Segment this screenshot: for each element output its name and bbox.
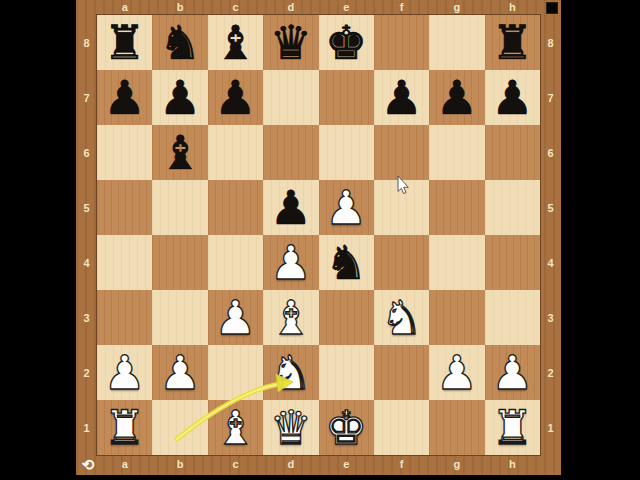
piece-white-pawn-c3[interactable]: ♟ bbox=[214, 294, 256, 341]
coord-label-e: e bbox=[319, 455, 374, 475]
piece-white-pawn-d4[interactable]: ♟ bbox=[270, 239, 312, 286]
square-c7[interactable]: ♟ bbox=[208, 70, 263, 125]
piece-black-queen-d8[interactable]: ♛ bbox=[270, 19, 312, 66]
square-c5[interactable] bbox=[208, 180, 263, 235]
piece-black-pawn-b7[interactable]: ♟ bbox=[159, 74, 201, 121]
coord-label-7: 7 bbox=[540, 70, 561, 125]
square-f7[interactable]: ♟ bbox=[374, 70, 429, 125]
square-b8[interactable]: ♞ bbox=[152, 15, 207, 70]
square-h6[interactable] bbox=[485, 125, 540, 180]
square-g5[interactable] bbox=[429, 180, 484, 235]
corner-marker-icon bbox=[546, 2, 558, 14]
coord-label-2: 2 bbox=[540, 345, 561, 400]
square-b3[interactable] bbox=[152, 290, 207, 345]
square-e7[interactable] bbox=[319, 70, 374, 125]
square-h4[interactable] bbox=[485, 235, 540, 290]
piece-black-king-e8[interactable]: ♚ bbox=[325, 19, 367, 66]
square-d1[interactable]: ♛ bbox=[263, 400, 318, 455]
piece-white-knight-f3[interactable]: ♞ bbox=[380, 294, 422, 341]
square-a8[interactable]: ♜ bbox=[97, 15, 152, 70]
piece-white-bishop-c1[interactable]: ♝ bbox=[214, 404, 256, 451]
coord-label-a: a bbox=[97, 455, 152, 475]
square-a7[interactable]: ♟ bbox=[97, 70, 152, 125]
square-g3[interactable] bbox=[429, 290, 484, 345]
coord-label-d: d bbox=[263, 455, 318, 475]
coord-label-4: 4 bbox=[76, 235, 97, 290]
square-e2[interactable] bbox=[319, 345, 374, 400]
square-c3[interactable]: ♟ bbox=[208, 290, 263, 345]
piece-black-knight-b8[interactable]: ♞ bbox=[159, 19, 201, 66]
square-c8[interactable]: ♝ bbox=[208, 15, 263, 70]
square-d3[interactable]: ♝ bbox=[263, 290, 318, 345]
coord-label-f: f bbox=[374, 0, 429, 15]
square-h3[interactable] bbox=[485, 290, 540, 345]
square-e8[interactable]: ♚ bbox=[319, 15, 374, 70]
video-frame: abcdefgh abcdefgh 87654321 87654321 ♜♞♝♛… bbox=[0, 0, 640, 480]
square-d4[interactable]: ♟ bbox=[263, 235, 318, 290]
square-b1[interactable] bbox=[152, 400, 207, 455]
piece-white-king-e1[interactable]: ♚ bbox=[325, 404, 367, 451]
rank-labels-right: 87654321 bbox=[540, 15, 561, 455]
square-e4[interactable]: ♞ bbox=[319, 235, 374, 290]
square-b2[interactable]: ♟ bbox=[152, 345, 207, 400]
square-c1[interactable]: ♝ bbox=[208, 400, 263, 455]
square-a2[interactable]: ♟ bbox=[97, 345, 152, 400]
piece-white-pawn-b2[interactable]: ♟ bbox=[159, 349, 201, 396]
square-c6[interactable] bbox=[208, 125, 263, 180]
piece-black-rook-a8[interactable]: ♜ bbox=[104, 19, 146, 66]
square-f5[interactable] bbox=[374, 180, 429, 235]
square-b6[interactable]: ♝ bbox=[152, 125, 207, 180]
square-d5[interactable]: ♟ bbox=[263, 180, 318, 235]
piece-black-bishop-c8[interactable]: ♝ bbox=[214, 19, 256, 66]
piece-white-pawn-g2[interactable]: ♟ bbox=[436, 349, 478, 396]
piece-white-rook-a1[interactable]: ♜ bbox=[104, 404, 146, 451]
square-g8[interactable] bbox=[429, 15, 484, 70]
file-labels-bottom: abcdefgh bbox=[97, 455, 540, 475]
piece-white-pawn-h2[interactable]: ♟ bbox=[491, 349, 533, 396]
square-b4[interactable] bbox=[152, 235, 207, 290]
coord-label-e: e bbox=[319, 0, 374, 15]
coord-label-8: 8 bbox=[76, 15, 97, 70]
square-e6[interactable] bbox=[319, 125, 374, 180]
square-e3[interactable] bbox=[319, 290, 374, 345]
file-labels-top: abcdefgh bbox=[97, 0, 540, 15]
square-g2[interactable]: ♟ bbox=[429, 345, 484, 400]
square-f1[interactable] bbox=[374, 400, 429, 455]
coord-label-a: a bbox=[97, 0, 152, 15]
coord-label-1: 1 bbox=[540, 400, 561, 455]
rank-labels-left: 87654321 bbox=[76, 15, 97, 455]
square-g7[interactable]: ♟ bbox=[429, 70, 484, 125]
piece-black-pawn-d5[interactable]: ♟ bbox=[270, 184, 312, 231]
coord-label-g: g bbox=[429, 0, 484, 15]
square-g6[interactable] bbox=[429, 125, 484, 180]
square-f4[interactable] bbox=[374, 235, 429, 290]
piece-white-bishop-d3[interactable]: ♝ bbox=[270, 294, 312, 341]
flip-board-icon[interactable]: ⟲ bbox=[79, 456, 97, 474]
square-e1[interactable]: ♚ bbox=[319, 400, 374, 455]
coord-label-6: 6 bbox=[76, 125, 97, 180]
coord-label-3: 3 bbox=[76, 290, 97, 345]
piece-black-pawn-a7[interactable]: ♟ bbox=[104, 74, 146, 121]
coord-label-5: 5 bbox=[540, 180, 561, 235]
piece-black-bishop-b6[interactable]: ♝ bbox=[159, 129, 201, 176]
coord-label-1: 1 bbox=[76, 400, 97, 455]
coord-label-g: g bbox=[429, 455, 484, 475]
piece-black-pawn-c7[interactable]: ♟ bbox=[214, 74, 256, 121]
piece-black-pawn-h7[interactable]: ♟ bbox=[491, 74, 533, 121]
square-c4[interactable] bbox=[208, 235, 263, 290]
square-b5[interactable] bbox=[152, 180, 207, 235]
coord-label-5: 5 bbox=[76, 180, 97, 235]
piece-white-rook-h1[interactable]: ♜ bbox=[491, 404, 533, 451]
coord-label-b: b bbox=[152, 0, 207, 15]
square-g1[interactable] bbox=[429, 400, 484, 455]
square-f2[interactable] bbox=[374, 345, 429, 400]
coord-label-7: 7 bbox=[76, 70, 97, 125]
square-h1[interactable]: ♜ bbox=[485, 400, 540, 455]
chess-board-frame: abcdefgh abcdefgh 87654321 87654321 ♜♞♝♛… bbox=[76, 0, 561, 475]
square-a4[interactable] bbox=[97, 235, 152, 290]
square-h7[interactable]: ♟ bbox=[485, 70, 540, 125]
square-a1[interactable]: ♜ bbox=[97, 400, 152, 455]
chess-board[interactable]: ♜♞♝♛♚♜♟♟♟♟♟♟♝♟♟♟♞♟♝♞♟♟♞♟♟♜♝♛♚♜ bbox=[97, 15, 540, 455]
square-d7[interactable] bbox=[263, 70, 318, 125]
square-f8[interactable] bbox=[374, 15, 429, 70]
square-h2[interactable]: ♟ bbox=[485, 345, 540, 400]
square-d2[interactable]: ♞ bbox=[263, 345, 318, 400]
coord-label-d: d bbox=[263, 0, 318, 15]
piece-black-rook-h8[interactable]: ♜ bbox=[491, 19, 533, 66]
coord-label-c: c bbox=[208, 0, 263, 15]
piece-black-knight-e4[interactable]: ♞ bbox=[325, 239, 367, 286]
square-h8[interactable]: ♜ bbox=[485, 15, 540, 70]
square-a5[interactable] bbox=[97, 180, 152, 235]
square-e5[interactable]: ♟ bbox=[319, 180, 374, 235]
coord-label-3: 3 bbox=[540, 290, 561, 345]
piece-white-queen-d1[interactable]: ♛ bbox=[270, 404, 312, 451]
coord-label-h: h bbox=[485, 455, 540, 475]
coord-label-c: c bbox=[208, 455, 263, 475]
coord-label-4: 4 bbox=[540, 235, 561, 290]
square-f3[interactable]: ♞ bbox=[374, 290, 429, 345]
piece-white-pawn-e5[interactable]: ♟ bbox=[325, 184, 367, 231]
coord-label-b: b bbox=[152, 455, 207, 475]
piece-black-pawn-f7[interactable]: ♟ bbox=[380, 74, 422, 121]
coord-label-2: 2 bbox=[76, 345, 97, 400]
square-d8[interactable]: ♛ bbox=[263, 15, 318, 70]
coord-label-8: 8 bbox=[540, 15, 561, 70]
square-d6[interactable] bbox=[263, 125, 318, 180]
coord-label-6: 6 bbox=[540, 125, 561, 180]
piece-white-pawn-a2[interactable]: ♟ bbox=[104, 349, 146, 396]
coord-label-h: h bbox=[485, 0, 540, 15]
square-h5[interactable] bbox=[485, 180, 540, 235]
square-c2[interactable] bbox=[208, 345, 263, 400]
coord-label-f: f bbox=[374, 455, 429, 475]
square-f6[interactable] bbox=[374, 125, 429, 180]
square-b7[interactable]: ♟ bbox=[152, 70, 207, 125]
square-a3[interactable] bbox=[97, 290, 152, 345]
square-a6[interactable] bbox=[97, 125, 152, 180]
piece-black-pawn-g7[interactable]: ♟ bbox=[436, 74, 478, 121]
square-g4[interactable] bbox=[429, 235, 484, 290]
piece-white-knight-d2[interactable]: ♞ bbox=[270, 349, 312, 396]
